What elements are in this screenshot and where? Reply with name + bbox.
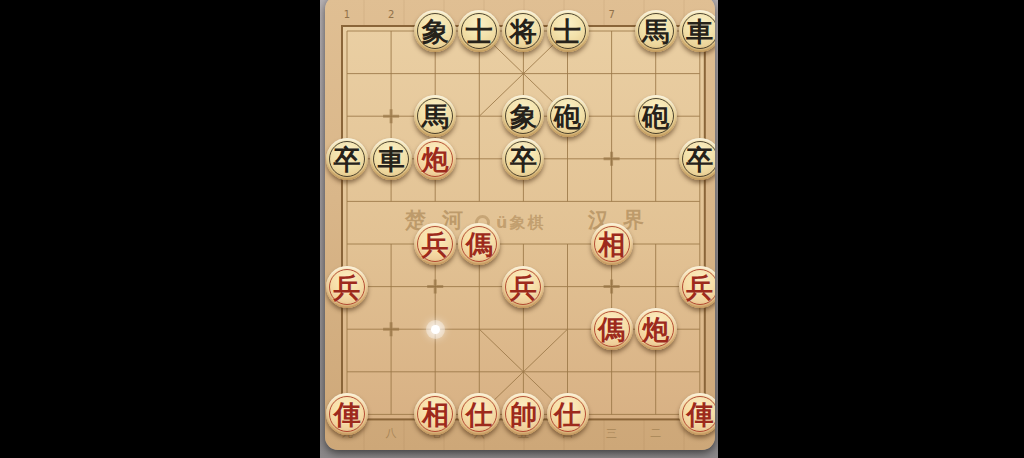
black-chariot[interactable]: 車 — [679, 10, 715, 52]
piece-character: 象 — [422, 17, 449, 45]
piece-character: 砲 — [554, 102, 581, 130]
xiangqi-board[interactable]: 楚河 汉界 ü象棋 123456789 九八七六五四三二一 象士将士馬車馬象砲砲… — [325, 0, 715, 450]
black-horse[interactable]: 馬 — [414, 95, 456, 137]
red-cannon[interactable]: 炮 — [414, 138, 456, 180]
red-advisor[interactable]: 仕 — [458, 393, 500, 435]
last-move-indicator — [431, 325, 440, 334]
black-soldier[interactable]: 卒 — [326, 138, 368, 180]
piece-character: 車 — [686, 17, 713, 45]
piece-character: 傌 — [598, 315, 625, 343]
black-horse[interactable]: 馬 — [635, 10, 677, 52]
piece-character: 卒 — [686, 145, 713, 173]
black-advisor[interactable]: 士 — [547, 10, 589, 52]
piece-character: 車 — [378, 145, 405, 173]
black-cannon[interactable]: 砲 — [547, 95, 589, 137]
piece-character: 帥 — [510, 400, 537, 428]
piece-character: 傌 — [466, 230, 493, 258]
piece-character: 俥 — [334, 400, 361, 428]
screenshot-stage: 楚河 汉界 ü象棋 123456789 九八七六五四三二一 象士将士馬車馬象砲砲… — [0, 0, 1024, 458]
red-elephant[interactable]: 相 — [414, 393, 456, 435]
piece-character: 炮 — [422, 145, 449, 173]
piece-character: 俥 — [686, 400, 713, 428]
piece-character: 兵 — [686, 273, 713, 301]
red-horse[interactable]: 傌 — [458, 223, 500, 265]
red-soldier[interactable]: 兵 — [414, 223, 456, 265]
red-horse[interactable]: 傌 — [591, 308, 633, 350]
black-soldier[interactable]: 卒 — [502, 138, 544, 180]
red-chariot[interactable]: 俥 — [326, 393, 368, 435]
red-general[interactable]: 帥 — [502, 393, 544, 435]
piece-character: 炮 — [642, 315, 669, 343]
piece-character: 兵 — [422, 230, 449, 258]
red-soldier[interactable]: 兵 — [326, 266, 368, 308]
piece-character: 馬 — [642, 17, 669, 45]
black-soldier[interactable]: 卒 — [679, 138, 715, 180]
black-chariot[interactable]: 車 — [370, 138, 412, 180]
pieces-layer: 象士将士馬車馬象砲砲卒車卒卒炮兵傌相兵兵兵傌炮俥相仕帥仕俥 — [325, 10, 715, 436]
piece-character: 将 — [510, 17, 537, 45]
black-cannon[interactable]: 砲 — [635, 95, 677, 137]
black-elephant[interactable]: 象 — [414, 10, 456, 52]
piece-character: 兵 — [510, 273, 537, 301]
black-general[interactable]: 将 — [502, 10, 544, 52]
red-chariot[interactable]: 俥 — [679, 393, 715, 435]
piece-character: 相 — [422, 400, 449, 428]
piece-character: 馬 — [422, 102, 449, 130]
piece-character: 砲 — [642, 102, 669, 130]
piece-character: 仕 — [466, 400, 493, 428]
piece-character: 兵 — [334, 273, 361, 301]
red-advisor[interactable]: 仕 — [547, 393, 589, 435]
red-cannon[interactable]: 炮 — [635, 308, 677, 350]
red-soldier[interactable]: 兵 — [679, 266, 715, 308]
piece-character: 士 — [554, 17, 581, 45]
red-elephant[interactable]: 相 — [591, 223, 633, 265]
piece-character: 相 — [598, 230, 625, 258]
black-elephant[interactable]: 象 — [502, 95, 544, 137]
piece-character: 卒 — [334, 145, 361, 173]
piece-character: 士 — [466, 17, 493, 45]
red-soldier[interactable]: 兵 — [502, 266, 544, 308]
piece-character: 仕 — [554, 400, 581, 428]
black-advisor[interactable]: 士 — [458, 10, 500, 52]
piece-character: 象 — [510, 102, 537, 130]
piece-character: 卒 — [510, 145, 537, 173]
